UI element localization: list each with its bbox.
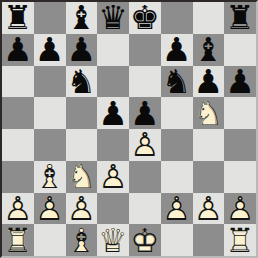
square-h5[interactable] [224, 97, 256, 129]
square-b3[interactable]: ♝♗ [34, 161, 66, 193]
white-pawn[interactable]: ♟ [129, 129, 161, 161]
square-b6[interactable] [34, 66, 66, 98]
black-pawn[interactable]: ♟ [2, 34, 34, 66]
white-king-outline: ♔ [129, 224, 161, 256]
square-f1[interactable] [161, 224, 193, 256]
square-h8[interactable]: ♜ [224, 2, 256, 34]
black-rook[interactable]: ♜ [2, 2, 34, 34]
white-bishop-outline: ♗ [66, 224, 98, 256]
black-king[interactable]: ♚ [129, 2, 161, 34]
white-bishop-outline: ♗ [34, 161, 66, 193]
black-pawn[interactable]: ♟ [97, 97, 129, 129]
square-b5[interactable] [34, 97, 66, 129]
square-b2[interactable]: ♟♙ [34, 193, 66, 225]
square-g7[interactable]: ♝ [193, 34, 225, 66]
white-rook-outline: ♖ [224, 224, 256, 256]
square-g2[interactable]: ♟♙ [193, 193, 225, 225]
square-b1[interactable] [34, 224, 66, 256]
white-bishop[interactable]: ♝ [66, 224, 98, 256]
white-king[interactable]: ♚ [129, 224, 161, 256]
square-f2[interactable]: ♟♙ [161, 193, 193, 225]
white-pawn[interactable]: ♟ [161, 193, 193, 225]
square-c8[interactable]: ♝ [66, 2, 98, 34]
black-rook[interactable]: ♜ [224, 2, 256, 34]
square-a4[interactable] [2, 129, 34, 161]
white-pawn[interactable]: ♟ [66, 193, 98, 225]
square-e4[interactable]: ♟♙ [129, 129, 161, 161]
square-g3[interactable] [193, 161, 225, 193]
square-f7[interactable]: ♟ [161, 34, 193, 66]
square-b4[interactable] [34, 129, 66, 161]
square-b8[interactable] [34, 2, 66, 34]
white-pawn-outline: ♙ [193, 193, 225, 225]
square-e7[interactable] [129, 34, 161, 66]
square-e8[interactable]: ♚ [129, 2, 161, 34]
square-e3[interactable] [129, 161, 161, 193]
square-h2[interactable]: ♟♙ [224, 193, 256, 225]
square-c7[interactable]: ♟ [66, 34, 98, 66]
black-pawn[interactable]: ♟ [193, 66, 225, 98]
square-f4[interactable] [161, 129, 193, 161]
square-c4[interactable] [66, 129, 98, 161]
white-pawn-outline: ♙ [161, 193, 193, 225]
square-d3[interactable]: ♟♙ [97, 161, 129, 193]
square-f8[interactable] [161, 2, 193, 34]
white-pawn[interactable]: ♟ [224, 193, 256, 225]
white-bishop[interactable]: ♝ [34, 161, 66, 193]
white-pawn-outline: ♙ [97, 161, 129, 193]
black-pawn[interactable]: ♟ [129, 97, 161, 129]
square-a1[interactable]: ♜♖ [2, 224, 34, 256]
white-pawn-outline: ♙ [34, 193, 66, 225]
square-e6[interactable] [129, 66, 161, 98]
square-c3[interactable]: ♞♘ [66, 161, 98, 193]
white-knight[interactable]: ♞ [66, 161, 98, 193]
square-e1[interactable]: ♚♔ [129, 224, 161, 256]
square-g4[interactable] [193, 129, 225, 161]
square-d6[interactable] [97, 66, 129, 98]
white-pawn-outline: ♙ [66, 193, 98, 225]
square-h7[interactable] [224, 34, 256, 66]
square-e5[interactable]: ♟ [129, 97, 161, 129]
white-pawn[interactable]: ♟ [34, 193, 66, 225]
black-pawn[interactable]: ♟ [224, 66, 256, 98]
square-g6[interactable]: ♟ [193, 66, 225, 98]
square-d8[interactable]: ♛ [97, 2, 129, 34]
square-h6[interactable]: ♟ [224, 66, 256, 98]
white-queen-outline: ♕ [97, 224, 129, 256]
square-f3[interactable] [161, 161, 193, 193]
black-knight[interactable]: ♞ [66, 66, 98, 98]
black-bishop[interactable]: ♝ [66, 2, 98, 34]
white-pawn-outline: ♙ [2, 193, 34, 225]
square-e2[interactable] [129, 193, 161, 225]
white-rook[interactable]: ♜ [224, 224, 256, 256]
white-rook-outline: ♖ [2, 224, 34, 256]
white-knight[interactable]: ♞ [193, 97, 225, 129]
square-d4[interactable] [97, 129, 129, 161]
white-pawn-outline: ♙ [129, 129, 161, 161]
square-g1[interactable] [193, 224, 225, 256]
square-g8[interactable] [193, 2, 225, 34]
black-bishop[interactable]: ♝ [193, 34, 225, 66]
black-queen[interactable]: ♛ [97, 2, 129, 34]
square-c6[interactable]: ♞ [66, 66, 98, 98]
white-rook[interactable]: ♜ [2, 224, 34, 256]
square-a5[interactable] [2, 97, 34, 129]
white-knight-outline: ♘ [193, 97, 225, 129]
square-a3[interactable] [2, 161, 34, 193]
square-d2[interactable] [97, 193, 129, 225]
square-g5[interactable]: ♞♘ [193, 97, 225, 129]
square-h4[interactable] [224, 129, 256, 161]
chess-board: ♜♝♛♚♜♟♟♟♟♝♞♞♟♟♟♟♞♘♟♙♝♗♞♘♟♙♟♙♟♙♟♙♟♙♟♙♟♙♜♖… [0, 0, 258, 258]
square-a8[interactable]: ♜ [2, 2, 34, 34]
white-pawn[interactable]: ♟ [2, 193, 34, 225]
white-knight-outline: ♘ [66, 161, 98, 193]
square-d5[interactable]: ♟ [97, 97, 129, 129]
square-h3[interactable] [224, 161, 256, 193]
white-pawn-outline: ♙ [224, 193, 256, 225]
square-f6[interactable]: ♞ [161, 66, 193, 98]
square-c1[interactable]: ♝♗ [66, 224, 98, 256]
square-h1[interactable]: ♜♖ [224, 224, 256, 256]
square-b7[interactable]: ♟ [34, 34, 66, 66]
black-pawn[interactable]: ♟ [66, 34, 98, 66]
square-d7[interactable] [97, 34, 129, 66]
black-knight[interactable]: ♞ [161, 66, 193, 98]
black-pawn[interactable]: ♟ [34, 34, 66, 66]
square-f5[interactable] [161, 97, 193, 129]
square-a7[interactable]: ♟ [2, 34, 34, 66]
square-c5[interactable] [66, 97, 98, 129]
white-queen[interactable]: ♛ [97, 224, 129, 256]
square-d1[interactable]: ♛♕ [97, 224, 129, 256]
white-pawn[interactable]: ♟ [193, 193, 225, 225]
square-c2[interactable]: ♟♙ [66, 193, 98, 225]
square-a6[interactable] [2, 66, 34, 98]
square-a2[interactable]: ♟♙ [2, 193, 34, 225]
white-pawn[interactable]: ♟ [97, 161, 129, 193]
black-pawn[interactable]: ♟ [161, 34, 193, 66]
